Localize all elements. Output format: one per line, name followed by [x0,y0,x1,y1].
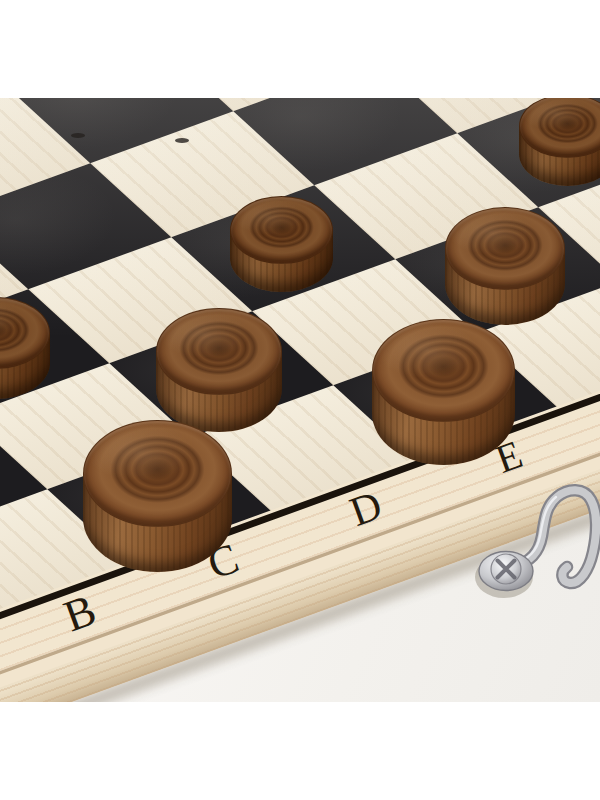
letterbox-top [0,0,600,98]
latch-screw-icon [475,552,533,599]
board-blemish-1 [71,133,85,138]
metal-latch [450,428,600,702]
photo-content: ABCDEFGH [0,98,600,702]
letterbox-bottom [0,702,600,800]
board-blemish-2 [175,138,189,143]
checkers-board-photo: ABCDEFGH [0,0,600,800]
